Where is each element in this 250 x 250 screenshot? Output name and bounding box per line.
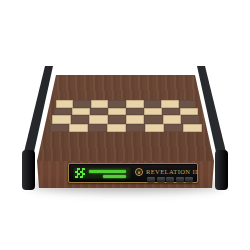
square-h5[interactable]	[180, 108, 198, 116]
square-d6[interactable]	[108, 100, 126, 108]
brand-label: REVELATION II	[146, 168, 196, 175]
rank-row-3	[50, 124, 201, 132]
rank-row-5	[54, 108, 198, 116]
rank-row-2	[49, 132, 204, 141]
square-g4[interactable]	[163, 115, 181, 123]
rank-row-6	[56, 100, 197, 108]
square-d5[interactable]	[108, 108, 126, 116]
square-c3[interactable]	[88, 124, 107, 132]
square-b5[interactable]	[72, 108, 90, 116]
square-g3[interactable]	[164, 124, 183, 132]
panel-buttons	[147, 177, 193, 182]
rank-row-8	[59, 86, 193, 93]
panel-button-3[interactable]	[166, 177, 174, 182]
lcd-text-line	[103, 175, 126, 178]
control-panel: ♛ REVELATION II	[68, 163, 198, 183]
rank-row-4	[52, 115, 200, 123]
square-e3[interactable]	[126, 124, 145, 132]
square-e6[interactable]	[126, 100, 144, 108]
square-f5[interactable]	[144, 108, 162, 116]
square-d3[interactable]	[107, 124, 126, 132]
square-b6[interactable]	[73, 100, 91, 108]
rank-row-1	[47, 141, 205, 150]
chess-computer-photo: ♛ REVELATION II	[0, 0, 250, 250]
square-b4[interactable]	[71, 115, 89, 123]
right-front-post	[215, 150, 228, 190]
square-e4[interactable]	[126, 115, 144, 123]
chessboard	[47, 86, 205, 150]
panel-button-4[interactable]	[176, 177, 184, 182]
square-h3[interactable]	[183, 124, 202, 132]
square-d4[interactable]	[108, 115, 126, 123]
square-g5[interactable]	[162, 108, 180, 116]
revelation-logo-icon: ♛	[135, 168, 143, 176]
lcd-text-line	[89, 170, 126, 173]
square-a5[interactable]	[54, 108, 72, 116]
square-a4[interactable]	[52, 115, 70, 123]
lcd-display	[73, 167, 131, 179]
square-h4[interactable]	[181, 115, 199, 123]
left-front-post	[22, 150, 35, 190]
square-a6[interactable]	[56, 100, 74, 108]
square-c6[interactable]	[91, 100, 109, 108]
square-b3[interactable]	[69, 124, 88, 132]
rank-row-7	[57, 93, 194, 100]
square-e5[interactable]	[126, 108, 144, 116]
square-h6[interactable]	[179, 100, 197, 108]
square-a3[interactable]	[50, 124, 69, 132]
square-f3[interactable]	[145, 124, 164, 132]
panel-button-5[interactable]	[185, 177, 193, 182]
square-c4[interactable]	[89, 115, 107, 123]
panel-button-2[interactable]	[157, 177, 165, 182]
lcd-chessboard-icon	[75, 168, 85, 178]
square-f6[interactable]	[144, 100, 162, 108]
square-f4[interactable]	[144, 115, 162, 123]
square-g6[interactable]	[161, 100, 179, 108]
square-c5[interactable]	[90, 108, 108, 116]
panel-button-1[interactable]	[147, 177, 155, 182]
